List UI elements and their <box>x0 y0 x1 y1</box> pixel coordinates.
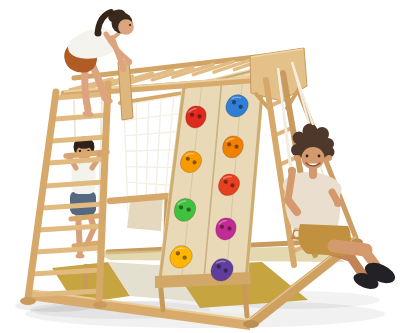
product-photo <box>0 0 416 333</box>
boy-hand <box>288 167 296 175</box>
left-ladder-rail <box>28 92 56 298</box>
ladder-rung <box>56 115 107 119</box>
girl-face <box>118 19 134 35</box>
boy-hand <box>334 199 342 207</box>
ladder-rung <box>35 248 101 252</box>
rope-ladder-rung <box>74 243 98 246</box>
girl-hand <box>120 66 126 72</box>
climbing-wall <box>155 65 266 316</box>
girl-braid <box>98 12 111 30</box>
rope-ladder-rung <box>71 216 101 220</box>
ladder-rung <box>53 137 106 141</box>
playground-illustration <box>0 0 416 333</box>
toddler-foot <box>76 254 85 259</box>
child-boy-on-swing <box>281 124 398 293</box>
girl-hand <box>126 59 132 65</box>
